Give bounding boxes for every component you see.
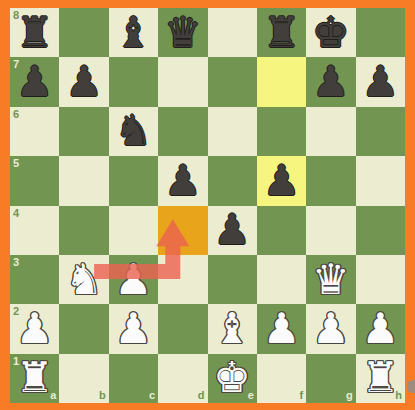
rank-label-5: 5 xyxy=(13,158,19,169)
square-f3[interactable] xyxy=(257,255,306,304)
piece-black-pawn-f5[interactable]: ♟ xyxy=(257,156,306,205)
square-h2[interactable]: ♟ xyxy=(356,304,405,353)
piece-white-rook-h1[interactable]: ♜ xyxy=(356,354,405,403)
square-h1[interactable]: h♜ xyxy=(356,354,405,403)
square-e8[interactable] xyxy=(208,8,257,57)
piece-white-queen-g3[interactable]: ♛ xyxy=(306,255,355,304)
square-e5[interactable] xyxy=(208,156,257,205)
cursor-artifact xyxy=(407,380,415,393)
square-h4[interactable] xyxy=(356,206,405,255)
square-e4[interactable]: ♟ xyxy=(208,206,257,255)
square-b2[interactable] xyxy=(59,304,108,353)
square-g8[interactable]: ♚ xyxy=(306,8,355,57)
square-h6[interactable] xyxy=(356,107,405,156)
square-f1[interactable]: f xyxy=(257,354,306,403)
piece-white-pawn-h2[interactable]: ♟ xyxy=(356,304,405,353)
square-e1[interactable]: e♚ xyxy=(208,354,257,403)
square-d2[interactable] xyxy=(158,304,207,353)
square-c8[interactable]: ♝ xyxy=(109,8,158,57)
file-label-f: f xyxy=(300,390,304,401)
square-f6[interactable] xyxy=(257,107,306,156)
square-g2[interactable]: ♟ xyxy=(306,304,355,353)
rank-label-3: 3 xyxy=(13,257,19,268)
square-e3[interactable] xyxy=(208,255,257,304)
square-d5[interactable]: ♟ xyxy=(158,156,207,205)
square-b7[interactable]: ♟ xyxy=(59,57,108,106)
square-h5[interactable] xyxy=(356,156,405,205)
square-g5[interactable] xyxy=(306,156,355,205)
file-label-b: b xyxy=(99,390,106,401)
square-b6[interactable] xyxy=(59,107,108,156)
piece-white-pawn-g2[interactable]: ♟ xyxy=(306,304,355,353)
square-c6[interactable]: ♞ xyxy=(109,107,158,156)
square-a4[interactable]: 4 xyxy=(10,206,59,255)
file-label-c: c xyxy=(149,390,155,401)
square-f8[interactable]: ♜ xyxy=(257,8,306,57)
square-d4[interactable] xyxy=(158,206,207,255)
piece-white-pawn-c3[interactable]: ♟ xyxy=(109,255,158,304)
square-a1[interactable]: 1a♜ xyxy=(10,354,59,403)
piece-black-rook-f8[interactable]: ♜ xyxy=(257,8,306,57)
piece-white-rook-a1[interactable]: ♜ xyxy=(10,354,59,403)
file-label-g: g xyxy=(346,390,353,401)
piece-black-pawn-h7[interactable]: ♟ xyxy=(356,57,405,106)
square-b5[interactable] xyxy=(59,156,108,205)
piece-white-pawn-a2[interactable]: ♟ xyxy=(10,304,59,353)
file-label-d: d xyxy=(198,390,205,401)
square-d7[interactable] xyxy=(158,57,207,106)
square-e7[interactable] xyxy=(208,57,257,106)
square-g7[interactable]: ♟ xyxy=(306,57,355,106)
piece-white-pawn-f2[interactable]: ♟ xyxy=(257,304,306,353)
piece-black-pawn-g7[interactable]: ♟ xyxy=(306,57,355,106)
piece-black-king-g8[interactable]: ♚ xyxy=(306,8,355,57)
square-d1[interactable]: d xyxy=(158,354,207,403)
board-frame: 8♜♝♛♜♚7♟♟♟♟6♞5♟♟4♟3♞♟♛2♟♟♝♟♟♟1a♜bcde♚fgh… xyxy=(0,0,415,410)
square-f5[interactable]: ♟ xyxy=(257,156,306,205)
rank-label-4: 4 xyxy=(13,208,19,219)
square-f7[interactable] xyxy=(257,57,306,106)
square-g3[interactable]: ♛ xyxy=(306,255,355,304)
square-b4[interactable] xyxy=(59,206,108,255)
square-d8[interactable]: ♛ xyxy=(158,8,207,57)
piece-black-pawn-e4[interactable]: ♟ xyxy=(208,206,257,255)
square-c1[interactable]: c xyxy=(109,354,158,403)
piece-black-knight-c6[interactable]: ♞ xyxy=(109,107,158,156)
piece-black-pawn-d5[interactable]: ♟ xyxy=(158,156,207,205)
square-c5[interactable] xyxy=(109,156,158,205)
square-a3[interactable]: 3 xyxy=(10,255,59,304)
square-c3[interactable]: ♟ xyxy=(109,255,158,304)
square-e2[interactable]: ♝ xyxy=(208,304,257,353)
chess-board[interactable]: 8♜♝♛♜♚7♟♟♟♟6♞5♟♟4♟3♞♟♛2♟♟♝♟♟♟1a♜bcde♚fgh… xyxy=(10,8,405,403)
square-c7[interactable] xyxy=(109,57,158,106)
rank-label-6: 6 xyxy=(13,109,19,120)
square-f2[interactable]: ♟ xyxy=(257,304,306,353)
piece-white-pawn-c2[interactable]: ♟ xyxy=(109,304,158,353)
square-g1[interactable]: g xyxy=(306,354,355,403)
piece-black-bishop-c8[interactable]: ♝ xyxy=(109,8,158,57)
square-a6[interactable]: 6 xyxy=(10,107,59,156)
square-f4[interactable] xyxy=(257,206,306,255)
square-b1[interactable]: b xyxy=(59,354,108,403)
square-b8[interactable] xyxy=(59,8,108,57)
piece-black-queen-d8[interactable]: ♛ xyxy=(158,8,207,57)
square-c2[interactable]: ♟ xyxy=(109,304,158,353)
square-g4[interactable] xyxy=(306,206,355,255)
piece-black-pawn-a7[interactable]: ♟ xyxy=(10,57,59,106)
square-a7[interactable]: 7♟ xyxy=(10,57,59,106)
square-h7[interactable]: ♟ xyxy=(356,57,405,106)
square-h8[interactable] xyxy=(356,8,405,57)
square-d3[interactable] xyxy=(158,255,207,304)
piece-white-king-e1[interactable]: ♚ xyxy=(208,354,257,403)
square-c4[interactable] xyxy=(109,206,158,255)
square-a8[interactable]: 8♜ xyxy=(10,8,59,57)
piece-black-rook-a8[interactable]: ♜ xyxy=(10,8,59,57)
piece-black-pawn-b7[interactable]: ♟ xyxy=(59,57,108,106)
square-b3[interactable]: ♞ xyxy=(59,255,108,304)
piece-white-knight-b3[interactable]: ♞ xyxy=(59,255,108,304)
square-g6[interactable] xyxy=(306,107,355,156)
square-d6[interactable] xyxy=(158,107,207,156)
square-h3[interactable] xyxy=(356,255,405,304)
piece-white-bishop-e2[interactable]: ♝ xyxy=(208,304,257,353)
square-e6[interactable] xyxy=(208,107,257,156)
square-a2[interactable]: 2♟ xyxy=(10,304,59,353)
square-a5[interactable]: 5 xyxy=(10,156,59,205)
